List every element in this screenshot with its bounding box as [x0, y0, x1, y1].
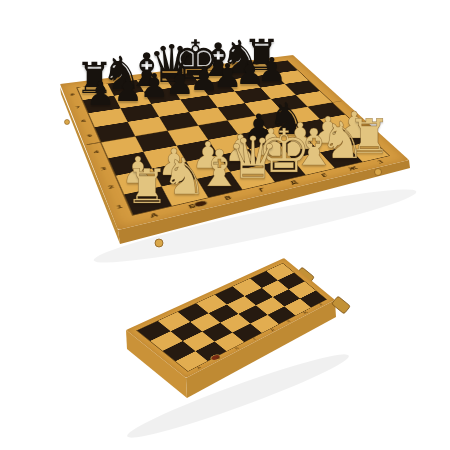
product-photo: АБВГДЕЖЗ12345678 АБВГДЕЖЗ ♜♞♝♛♚♝♞♜♟♟♟♟♟♟…	[0, 0, 450, 450]
box-file-label: Г	[252, 337, 257, 340]
file-label-c: В	[223, 195, 232, 201]
file-label-g: Ж	[347, 166, 359, 172]
file-label-f: Е	[320, 173, 328, 178]
rank-label-2: 2	[107, 185, 114, 190]
box-file-label: З	[319, 303, 324, 306]
rank-label-1: 1	[116, 204, 124, 210]
rank-label-5: 5	[86, 134, 92, 138]
file-label-d: Г	[258, 187, 266, 193]
box-file-label: В	[234, 346, 240, 350]
box-file-label: Ж	[302, 311, 308, 315]
rank-label-3: 3	[100, 166, 107, 171]
box-file-label: Е	[286, 319, 291, 322]
file-label-e: Д	[289, 180, 299, 186]
file-label-h: З	[376, 160, 384, 165]
rank-label-6: 6	[80, 119, 86, 123]
rank-label-4: 4	[93, 150, 100, 154]
box-file-label: А	[196, 366, 202, 370]
rank-label-8: 8	[69, 93, 75, 96]
box-file-label: Д	[269, 328, 275, 332]
file-label-a: А	[149, 212, 159, 219]
rank-label-7: 7	[75, 106, 81, 109]
